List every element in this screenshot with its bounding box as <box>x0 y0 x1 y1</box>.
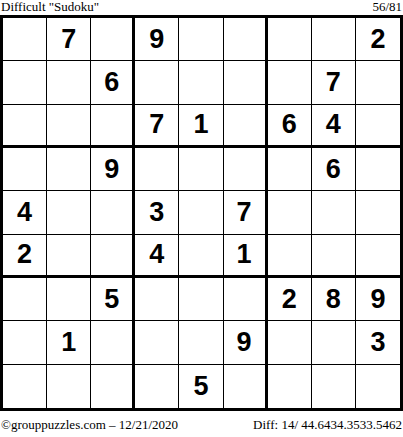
cell-r3c7[interactable]: 6 <box>268 105 312 148</box>
cell-r1c5[interactable] <box>179 18 223 61</box>
cell-r4c5[interactable] <box>179 148 223 191</box>
cell-r3c6[interactable] <box>224 105 268 148</box>
cell-r2c1[interactable] <box>3 61 47 104</box>
cell-r5c2[interactable] <box>47 191 91 234</box>
cell-r2c8[interactable]: 7 <box>312 61 356 104</box>
cell-r8c2[interactable]: 1 <box>47 321 91 364</box>
cell-r7c4[interactable] <box>135 278 179 321</box>
difficulty-text: Diff: 14/ 44.6434.3533.5462 <box>253 417 402 432</box>
cell-r3c3[interactable] <box>91 105 135 148</box>
cell-r7c7[interactable]: 2 <box>268 278 312 321</box>
cell-r2c3[interactable]: 6 <box>91 61 135 104</box>
cell-r2c7[interactable] <box>268 61 312 104</box>
cell-r7c8[interactable]: 8 <box>312 278 356 321</box>
cell-r7c1[interactable] <box>3 278 47 321</box>
cell-r3c5[interactable]: 1 <box>179 105 223 148</box>
cell-r8c6[interactable]: 9 <box>224 321 268 364</box>
cell-r4c2[interactable] <box>47 148 91 191</box>
cell-r3c8[interactable]: 4 <box>312 105 356 148</box>
cell-r5c3[interactable] <box>91 191 135 234</box>
cell-r8c4[interactable] <box>135 321 179 364</box>
page-header: Difficult "Sudoku" 56/81 <box>0 0 403 15</box>
cell-r9c6[interactable] <box>224 365 268 408</box>
sudoku-page: Difficult "Sudoku" 56/81 792677164964372… <box>0 0 403 437</box>
cell-r6c3[interactable] <box>91 235 135 278</box>
cell-r4c7[interactable] <box>268 148 312 191</box>
cell-r6c8[interactable] <box>312 235 356 278</box>
cell-r5c4[interactable]: 3 <box>135 191 179 234</box>
cell-r4c1[interactable] <box>3 148 47 191</box>
cell-r3c4[interactable]: 7 <box>135 105 179 148</box>
cell-r7c6[interactable] <box>224 278 268 321</box>
cell-r4c4[interactable] <box>135 148 179 191</box>
cell-r3c1[interactable] <box>3 105 47 148</box>
cell-r6c2[interactable] <box>47 235 91 278</box>
cell-r1c1[interactable] <box>3 18 47 61</box>
cell-r4c3[interactable]: 9 <box>91 148 135 191</box>
cell-r3c2[interactable] <box>47 105 91 148</box>
cell-r7c9[interactable]: 9 <box>356 278 400 321</box>
cell-r7c3[interactable]: 5 <box>91 278 135 321</box>
cell-r2c2[interactable] <box>47 61 91 104</box>
cell-r1c9[interactable]: 2 <box>356 18 400 61</box>
cell-r8c9[interactable]: 3 <box>356 321 400 364</box>
cell-r5c1[interactable]: 4 <box>3 191 47 234</box>
cell-r5c6[interactable]: 7 <box>224 191 268 234</box>
cell-r9c4[interactable] <box>135 365 179 408</box>
cell-r8c5[interactable] <box>179 321 223 364</box>
cell-r8c8[interactable] <box>312 321 356 364</box>
cell-r1c7[interactable] <box>268 18 312 61</box>
cell-r6c7[interactable] <box>268 235 312 278</box>
cell-r6c1[interactable]: 2 <box>3 235 47 278</box>
cell-r9c9[interactable] <box>356 365 400 408</box>
cell-r1c3[interactable] <box>91 18 135 61</box>
cell-r5c7[interactable] <box>268 191 312 234</box>
cell-r5c8[interactable] <box>312 191 356 234</box>
cell-r9c3[interactable] <box>91 365 135 408</box>
cell-r2c4[interactable] <box>135 61 179 104</box>
cell-r6c9[interactable] <box>356 235 400 278</box>
cell-r2c6[interactable] <box>224 61 268 104</box>
cell-r1c6[interactable] <box>224 18 268 61</box>
cell-r7c2[interactable] <box>47 278 91 321</box>
cell-r6c6[interactable]: 1 <box>224 235 268 278</box>
cell-r5c5[interactable] <box>179 191 223 234</box>
cell-r3c9[interactable] <box>356 105 400 148</box>
cell-r6c4[interactable]: 4 <box>135 235 179 278</box>
cell-r9c2[interactable] <box>47 365 91 408</box>
puzzle-title: Difficult "Sudoku" <box>1 0 99 13</box>
cell-r9c7[interactable] <box>268 365 312 408</box>
cell-r9c5[interactable]: 5 <box>179 365 223 408</box>
cell-r4c9[interactable] <box>356 148 400 191</box>
copyright-text: ©grouppuzzles.com – 12/21/2020 <box>1 417 178 432</box>
cell-r8c7[interactable] <box>268 321 312 364</box>
cell-r4c6[interactable] <box>224 148 268 191</box>
cell-r7c5[interactable] <box>179 278 223 321</box>
cell-r9c8[interactable] <box>312 365 356 408</box>
puzzle-counter: 56/81 <box>372 0 402 13</box>
cell-r8c1[interactable] <box>3 321 47 364</box>
sudoku-board: 7926771649643724152891935 <box>0 15 403 411</box>
cell-r6c5[interactable] <box>179 235 223 278</box>
cell-r1c8[interactable] <box>312 18 356 61</box>
cell-r4c8[interactable]: 6 <box>312 148 356 191</box>
cell-r1c2[interactable]: 7 <box>47 18 91 61</box>
cell-r2c9[interactable] <box>356 61 400 104</box>
cell-r5c9[interactable] <box>356 191 400 234</box>
cell-r8c3[interactable] <box>91 321 135 364</box>
page-footer: ©grouppuzzles.com – 12/21/2020 Diff: 14/… <box>0 411 403 432</box>
cell-r1c4[interactable]: 9 <box>135 18 179 61</box>
cell-r2c5[interactable] <box>179 61 223 104</box>
cell-r9c1[interactable] <box>3 365 47 408</box>
